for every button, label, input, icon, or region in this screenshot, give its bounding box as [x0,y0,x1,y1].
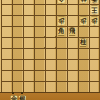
gote-piece-2c[interactable]: 歩 [79,16,88,26]
grid-vline [67,0,68,92]
grid-hline [1,26,99,27]
grid-hline [1,37,99,38]
gote-piece-1a[interactable]: 香 [90,0,99,4]
grid-hline [1,4,99,5]
piece-glyph: 王 [91,6,97,12]
grid-hline [1,15,99,16]
grid-vline [78,0,79,92]
grid-vline [56,0,57,92]
grid-vline [34,0,35,92]
piece-glyph: 金 [11,96,17,100]
sente-piece-4d[interactable]: 角 [57,27,66,37]
sente-piece-2e[interactable]: 桂 [79,38,88,48]
piece-glyph: 角 [58,28,64,34]
grid-hline [1,81,99,82]
grid-vline [89,0,90,92]
grid-vline [12,0,13,92]
grid-vline [99,0,100,92]
sente-piece-3d[interactable]: 飛 [68,27,77,37]
grid-hline [1,48,99,49]
star-point [55,36,57,38]
piece-glyph: 桂 [80,39,86,45]
shogi-app-stage: 金桂香王歩歩歩角飛桂 金銀 [0,0,100,100]
star-point [55,47,57,49]
grid-vline [23,0,24,92]
grid-vline [1,0,2,92]
piece-glyph: 歩 [58,17,64,23]
star-point [44,36,46,38]
piece-glyph: 金 [58,0,64,2]
gote-piece-4c[interactable]: 歩 [57,16,66,26]
piece-glyph: 歩 [80,17,86,23]
piece-glyph: 銀 [19,96,25,100]
grid-hline [1,59,99,60]
piece-glyph: 香 [91,0,97,2]
gote-piece-1b[interactable]: 王 [90,5,99,15]
piece-glyph: 桂 [80,0,86,2]
gote-piece-2a[interactable]: 桂 [79,0,88,4]
star-point [44,47,46,49]
gote-piece-4a[interactable]: 金 [57,0,66,4]
gote-piece-1c[interactable]: 歩 [90,16,99,26]
grid-vline [45,0,46,92]
shogi-board[interactable]: 金桂香王歩歩歩角飛桂 [0,0,100,93]
piece-glyph: 歩 [91,17,97,23]
piece-glyph: 飛 [69,28,75,34]
grid-hline [1,70,99,71]
hand-count-marker [21,92,23,94]
